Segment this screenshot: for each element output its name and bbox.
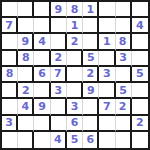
sudoku-cell-r6c9[interactable] xyxy=(132,83,148,99)
sudoku-cell-r8c2[interactable] xyxy=(18,116,34,132)
sudoku-cell-r2c2[interactable] xyxy=(18,18,34,34)
sudoku-cell-r7c5[interactable]: 3 xyxy=(67,99,83,115)
sudoku-cell-r9c5[interactable]: 5 xyxy=(67,132,83,148)
sudoku-cell-r2c9[interactable]: 4 xyxy=(132,18,148,34)
sudoku-cell-r4c8[interactable]: 3 xyxy=(116,51,132,67)
sudoku-cell-r2c7[interactable] xyxy=(99,18,115,34)
sudoku-cell-r1c4[interactable]: 9 xyxy=(51,2,67,18)
sudoku-cell-r9c3[interactable] xyxy=(34,132,50,148)
given-digit: 2 xyxy=(22,84,30,95)
given-digit: 6 xyxy=(71,117,79,128)
sudoku-cell-r5c1[interactable]: 8 xyxy=(2,67,18,83)
given-digit: 5 xyxy=(136,68,144,79)
sudoku-cell-r2c6[interactable] xyxy=(83,18,99,34)
sudoku-cell-r1c5[interactable]: 8 xyxy=(67,2,83,18)
given-digit: 8 xyxy=(71,3,79,14)
given-digit: 5 xyxy=(87,52,95,63)
sudoku-cell-r4c3[interactable] xyxy=(34,51,50,67)
sudoku-cell-r8c9[interactable]: 2 xyxy=(132,116,148,132)
sudoku-cell-r3c5[interactable]: 2 xyxy=(67,34,83,50)
given-digit: 9 xyxy=(54,3,62,14)
sudoku-cell-r7c6[interactable] xyxy=(83,99,99,115)
sudoku-cell-r4c5[interactable] xyxy=(67,51,83,67)
given-digit: 4 xyxy=(136,19,144,30)
sudoku-cell-r8c7[interactable] xyxy=(99,116,115,132)
sudoku-cell-r1c7[interactable] xyxy=(99,2,115,18)
given-digit: 1 xyxy=(103,36,111,47)
given-digit: 7 xyxy=(54,68,62,79)
given-digit: 6 xyxy=(86,134,94,145)
sudoku-cell-r3c8[interactable]: 8 xyxy=(116,34,132,50)
sudoku-cell-r5c4[interactable]: 7 xyxy=(51,67,67,83)
sudoku-cell-r7c9[interactable] xyxy=(132,99,148,115)
sudoku-cell-r7c7[interactable]: 7 xyxy=(99,99,115,115)
given-digit: 4 xyxy=(38,36,46,47)
sudoku-cell-r6c7[interactable] xyxy=(99,83,115,99)
sudoku-cell-r4c7[interactable] xyxy=(99,51,115,67)
given-digit: 5 xyxy=(71,134,79,145)
given-digit: 4 xyxy=(22,100,30,111)
given-digit: 8 xyxy=(6,68,14,79)
sudoku-cell-r5c2[interactable] xyxy=(18,67,34,83)
given-digit: 9 xyxy=(22,36,30,47)
sudoku-cell-r3c1[interactable] xyxy=(2,34,18,50)
given-digit: 3 xyxy=(103,68,111,79)
sudoku-cell-r9c1[interactable] xyxy=(2,132,18,148)
given-digit: 3 xyxy=(5,117,13,128)
sudoku-cell-r7c3[interactable]: 9 xyxy=(34,99,50,115)
sudoku-cell-r2c3[interactable] xyxy=(34,18,50,34)
sudoku-cell-r4c4[interactable]: 2 xyxy=(51,51,67,67)
given-digit: 4 xyxy=(54,134,62,145)
sudoku-cell-r5c3[interactable]: 6 xyxy=(34,67,50,83)
sudoku-cell-r6c5[interactable] xyxy=(67,83,83,99)
sudoku-cell-r8c1[interactable]: 3 xyxy=(2,116,18,132)
given-digit: 1 xyxy=(86,3,94,14)
sudoku-cell-r1c1[interactable] xyxy=(2,2,18,18)
sudoku-cell-r4c6[interactable]: 5 xyxy=(83,51,99,67)
sudoku-cell-r9c7[interactable] xyxy=(99,132,115,148)
given-digit: 9 xyxy=(38,100,46,111)
sudoku-cell-r1c8[interactable] xyxy=(116,2,132,18)
sudoku-cell-r5c6[interactable]: 2 xyxy=(83,67,99,83)
sudoku-cell-r1c3[interactable] xyxy=(34,2,50,18)
sudoku-cell-r9c8[interactable] xyxy=(116,132,132,148)
sudoku-cell-r4c2[interactable]: 8 xyxy=(18,51,34,67)
sudoku-cell-r6c6[interactable]: 9 xyxy=(83,83,99,99)
given-digit: 7 xyxy=(5,19,13,30)
sudoku-cell-r2c4[interactable] xyxy=(51,18,67,34)
sudoku-cell-r6c4[interactable]: 3 xyxy=(51,83,67,99)
sudoku-cell-r8c8[interactable] xyxy=(116,116,132,132)
sudoku-cell-r6c2[interactable]: 2 xyxy=(18,83,34,99)
given-digit: 7 xyxy=(103,100,111,111)
sudoku-cell-r3c9[interactable] xyxy=(132,34,148,50)
given-digit: 2 xyxy=(136,117,144,128)
given-digit: 3 xyxy=(54,84,62,95)
given-digit: 2 xyxy=(86,68,94,79)
sudoku-cell-r1c9[interactable] xyxy=(132,2,148,18)
given-digit: 2 xyxy=(54,52,62,63)
sudoku-cell-r2c8[interactable] xyxy=(116,18,132,34)
sudoku-cell-r9c4[interactable]: 4 xyxy=(51,132,67,148)
sudoku-cell-r8c5[interactable]: 6 xyxy=(67,116,83,132)
sudoku-cell-r7c8[interactable]: 2 xyxy=(116,99,132,115)
given-digit: 8 xyxy=(119,36,127,47)
sudoku-cell-r4c1[interactable] xyxy=(2,51,18,67)
given-digit: 8 xyxy=(22,52,30,63)
sudoku-cell-r6c3[interactable] xyxy=(34,83,50,99)
given-digit: 3 xyxy=(119,52,127,63)
sudoku-cell-r8c4[interactable] xyxy=(51,116,67,132)
sudoku-cell-r3c3[interactable]: 4 xyxy=(34,34,50,50)
sudoku-cell-r4c9[interactable] xyxy=(132,51,148,67)
sudoku-cell-r3c7[interactable]: 1 xyxy=(99,34,115,50)
sudoku-cell-r5c5[interactable] xyxy=(67,67,83,83)
sudoku-cell-r8c6[interactable] xyxy=(83,116,99,132)
sudoku-cell-r5c7[interactable]: 3 xyxy=(99,67,115,83)
sudoku-cell-r6c8[interactable]: 5 xyxy=(116,83,132,99)
sudoku-cell-r3c4[interactable] xyxy=(51,34,67,50)
sudoku-cell-r2c1[interactable]: 7 xyxy=(2,18,18,34)
given-digit: 5 xyxy=(119,84,127,95)
given-digit: 9 xyxy=(87,84,95,95)
sudoku-cell-r9c9[interactable] xyxy=(132,132,148,148)
sudoku-board: 981714942188253867235239549372362456 xyxy=(0,0,150,150)
sudoku-cell-r1c6[interactable]: 1 xyxy=(83,2,99,18)
sudoku-cell-r8c3[interactable] xyxy=(34,116,50,132)
sudoku-cell-r5c8[interactable] xyxy=(116,67,132,83)
given-digit: 2 xyxy=(119,100,127,111)
sudoku-cell-r9c6[interactable]: 6 xyxy=(83,132,99,148)
given-digit: 3 xyxy=(71,100,79,111)
sudoku-cell-r5c9[interactable]: 5 xyxy=(132,67,148,83)
sudoku-cell-r1c2[interactable] xyxy=(18,2,34,18)
given-digit: 1 xyxy=(71,19,79,30)
sudoku-cell-r3c2[interactable]: 9 xyxy=(18,34,34,50)
sudoku-cell-r3c6[interactable] xyxy=(83,34,99,50)
sudoku-cell-r2c5[interactable]: 1 xyxy=(67,18,83,34)
given-digit: 6 xyxy=(38,68,46,79)
sudoku-cell-r7c1[interactable] xyxy=(2,99,18,115)
sudoku-cell-r6c1[interactable] xyxy=(2,83,18,99)
given-digit: 2 xyxy=(71,36,79,47)
sudoku-cell-r9c2[interactable] xyxy=(18,132,34,148)
sudoku-cell-r7c2[interactable]: 4 xyxy=(18,99,34,115)
sudoku-cell-r7c4[interactable] xyxy=(51,99,67,115)
